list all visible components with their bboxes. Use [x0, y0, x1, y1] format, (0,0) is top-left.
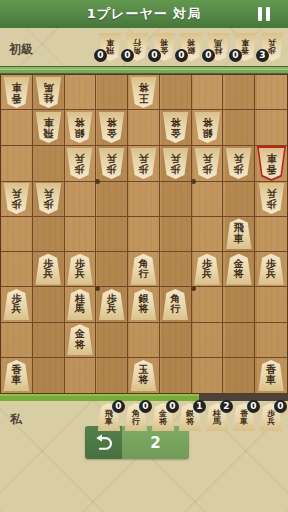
shogi-piece-sente[interactable]: 歩兵 — [66, 254, 93, 285]
captured-piece-slot[interactable]: 飛車0 — [98, 33, 122, 61]
board-cell[interactable] — [160, 252, 192, 287]
piece-kanji: 馬 — [213, 417, 221, 426]
opponent-strip: 初級 飛車0角行0金将0銀将0桂馬0香車0歩兵3 — [0, 28, 288, 66]
piece-kanji: 王 — [138, 92, 148, 103]
piece-kanji: 車 — [106, 39, 114, 48]
board-cell[interactable] — [1, 323, 33, 358]
board-cell[interactable]: 歩兵 — [96, 146, 128, 182]
app-screen: 1プレーヤー 対局 初級 飛車0角行0金将0銀将0桂馬0香車0歩兵3 香車桂馬王… — [0, 0, 288, 512]
piece-kanji: 兵 — [11, 188, 21, 199]
piece-kanji: 香 — [241, 47, 249, 56]
captured-piece-slot[interactable]: 歩兵0 — [259, 403, 283, 431]
piece-kanji: 車 — [240, 417, 248, 426]
piece-kanji: 車 — [266, 153, 276, 164]
board-cell[interactable]: 銀将 — [65, 110, 97, 145]
shogi-piece-gote[interactable]: 香車 — [3, 77, 30, 108]
piece-kanji: 歩 — [202, 163, 212, 174]
shogi-piece-sente[interactable]: 角行 — [162, 289, 189, 320]
piece-kanji: 将 — [186, 417, 194, 426]
board-cell[interactable] — [33, 358, 65, 393]
piece-kanji: 行 — [170, 304, 180, 315]
shogi-piece-sente[interactable]: 桂馬 — [66, 289, 93, 320]
piece-kanji: 車 — [11, 375, 21, 386]
board-cell[interactable] — [255, 217, 287, 252]
board-cell[interactable] — [65, 217, 97, 252]
board-cell[interactable]: 歩兵 — [65, 146, 97, 182]
captured-piece-slot[interactable]: 金将0 — [151, 403, 175, 431]
board-cell[interactable]: 金将 — [96, 110, 128, 145]
piece-kanji: 行 — [133, 39, 141, 48]
shogi-piece-sente[interactable]: 玉将 — [130, 360, 157, 391]
board-cell[interactable] — [128, 323, 160, 358]
piece-kanji: 将 — [170, 117, 180, 128]
captured-count-badge: 2 — [220, 400, 233, 413]
pause-icon — [266, 7, 270, 21]
captured-piece-slot[interactable]: 桂馬0 — [206, 33, 230, 61]
board-cell[interactable] — [223, 182, 255, 217]
piece-kanji: 兵 — [267, 417, 275, 426]
board-cell[interactable] — [96, 252, 128, 287]
piece-kanji: 桂 — [43, 92, 53, 103]
board-cell[interactable] — [160, 217, 192, 252]
board-cell[interactable]: 金将 — [65, 323, 97, 358]
piece-kanji: 歩 — [234, 163, 244, 174]
board-cell[interactable] — [33, 323, 65, 358]
captured-count-badge: 0 — [202, 49, 215, 62]
piece-kanji: 車 — [105, 417, 113, 426]
piece-kanji: 車 — [43, 117, 53, 128]
piece-kanji: 兵 — [43, 269, 53, 280]
piece-kanji: 将 — [75, 117, 85, 128]
piece-kanji: 行 — [138, 269, 148, 280]
board-cell[interactable] — [1, 110, 33, 145]
piece-kanji: 兵 — [170, 153, 180, 164]
board-cell[interactable]: 歩兵 — [128, 146, 160, 182]
board-cell[interactable] — [223, 110, 255, 145]
opponent-captured-tray: 飛車0角行0金将0銀将0桂馬0香車0歩兵3 — [98, 33, 284, 61]
piece-kanji: 角 — [133, 47, 141, 56]
board-cell[interactable] — [128, 217, 160, 252]
board-cell[interactable] — [96, 217, 128, 252]
shogi-piece-sente[interactable]: 金将 — [225, 254, 252, 285]
board-cell[interactable]: 銀将 — [128, 287, 160, 322]
shogi-piece-sente[interactable]: 香車 — [258, 360, 285, 391]
piece-kanji: 金 — [107, 127, 117, 138]
shogi-piece-sente[interactable]: 歩兵 — [258, 254, 285, 285]
captured-piece-slot[interactable]: 桂馬2 — [205, 403, 229, 431]
captured-piece-slot[interactable]: 角行0 — [124, 403, 148, 431]
board-cell[interactable] — [255, 323, 287, 358]
piece-kanji: 香 — [266, 163, 276, 174]
board-cell[interactable]: 香車 — [255, 146, 287, 182]
board-cell[interactable] — [65, 182, 97, 217]
board-cell[interactable] — [192, 217, 224, 252]
piece-kanji: 兵 — [75, 269, 85, 280]
player-strip: 私 飛車0角行0金将0銀将1桂馬2香車0歩兵0 — [0, 401, 288, 435]
piece-kanji: 飛 — [106, 47, 114, 56]
piece-kanji: 歩 — [11, 199, 21, 210]
board-cell[interactable] — [1, 217, 33, 252]
piece-kanji: 将 — [138, 375, 148, 386]
captured-piece-slot[interactable]: 歩兵3 — [260, 33, 284, 61]
board-cell[interactable] — [96, 75, 128, 110]
board-cell[interactable]: 歩兵 — [192, 146, 224, 182]
piece-kanji: 将 — [138, 304, 148, 315]
captured-count-badge: 3 — [256, 49, 269, 62]
captured-piece-slot[interactable]: 香車0 — [232, 403, 256, 431]
board-star-point — [95, 286, 100, 291]
captured-piece-slot[interactable]: 銀将0 — [179, 33, 203, 61]
board-cell[interactable]: 桂馬 — [33, 75, 65, 110]
piece-kanji: 香 — [11, 92, 21, 103]
page-title: 1プレーヤー 対局 — [87, 5, 202, 23]
piece-kanji: 歩 — [266, 199, 276, 210]
captured-count-badge: 0 — [112, 400, 125, 413]
board-cell[interactable]: 桂馬 — [65, 287, 97, 322]
shogi-piece-sente[interactable]: 銀将 — [130, 289, 157, 320]
shogi-piece-gote[interactable]: 歩兵 — [162, 148, 189, 179]
board-cell[interactable]: 歩兵 — [160, 146, 192, 182]
board-cell[interactable]: 歩兵 — [255, 252, 287, 287]
shogi-piece-sente[interactable]: 歩兵 — [3, 289, 30, 320]
piece-kanji: 兵 — [107, 153, 117, 164]
board-cell[interactable]: 歩兵 — [96, 287, 128, 322]
piece-kanji: 桂 — [214, 47, 222, 56]
board-cell[interactable]: 金将 — [160, 110, 192, 145]
piece-kanji: 兵 — [266, 269, 276, 280]
piece-kanji: 将 — [234, 269, 244, 280]
piece-kanji: 将 — [107, 117, 117, 128]
piece-kanji: 歩 — [138, 163, 148, 174]
captured-count-badge: 0 — [166, 400, 179, 413]
shogi-piece-sente[interactable]: 角行 — [130, 254, 157, 285]
captured-piece-slot[interactable]: 銀将1 — [178, 403, 202, 431]
board-cell[interactable]: 香車 — [1, 358, 33, 393]
shogi-piece-gote[interactable]: 香車 — [258, 148, 285, 179]
board-cell[interactable] — [160, 323, 192, 358]
piece-kanji: 行 — [132, 417, 140, 426]
shogi-piece-gote[interactable]: 歩兵 — [98, 148, 125, 179]
captured-count-badge: 1 — [193, 400, 206, 413]
board-star-point — [95, 179, 100, 184]
board-cell[interactable] — [255, 287, 287, 322]
board-cell[interactable] — [192, 323, 224, 358]
board-cell[interactable] — [65, 75, 97, 110]
board-cell[interactable]: 歩兵 — [255, 182, 287, 217]
board-cell[interactable]: 歩兵 — [65, 252, 97, 287]
piece-kanji: 馬 — [43, 82, 53, 93]
last-move-highlight[interactable]: 香車 — [256, 146, 287, 181]
shogi-piece-sente[interactable]: 歩兵 — [98, 289, 125, 320]
board-cell[interactable]: 銀将 — [192, 110, 224, 145]
board-cell[interactable] — [96, 323, 128, 358]
shogi-piece-gote[interactable]: 金将 — [162, 112, 189, 143]
piece-kanji: 将 — [160, 39, 168, 48]
board-cell[interactable]: 角行 — [160, 287, 192, 322]
board-cell[interactable] — [33, 287, 65, 322]
shogi-piece-gote[interactable]: 金将 — [98, 112, 125, 143]
board-cell[interactable] — [223, 358, 255, 393]
piece-kanji: 歩 — [268, 47, 276, 56]
shogi-piece-gote[interactable]: 歩兵 — [35, 183, 62, 214]
piece-kanji: 兵 — [234, 153, 244, 164]
piece-kanji: 歩 — [75, 163, 85, 174]
board-cell[interactable] — [33, 217, 65, 252]
board-cell[interactable]: 飛車 — [33, 110, 65, 145]
board-cell[interactable]: 王将 — [128, 75, 160, 110]
board-cell[interactable] — [33, 146, 65, 182]
captured-count-badge: 0 — [148, 49, 161, 62]
shogi-piece-gote[interactable]: 歩兵 — [225, 148, 252, 179]
captured-count-badge: 0 — [94, 49, 107, 62]
board-cell[interactable]: 金将 — [223, 252, 255, 287]
shogi-piece-gote[interactable]: 王将 — [130, 77, 157, 108]
board-cell[interactable]: 歩兵 — [223, 146, 255, 182]
captured-count-badge: 0 — [175, 49, 188, 62]
captured-piece-slot[interactable]: 香車0 — [233, 33, 257, 61]
board-star-point — [191, 286, 196, 291]
piece-kanji: 銀 — [202, 127, 212, 138]
captured-piece-slot[interactable]: 金将0 — [152, 33, 176, 61]
undo-arrow-icon — [94, 434, 114, 452]
shogi-board: 香車桂馬王将飛車銀将金将金将銀将歩兵歩兵歩兵歩兵歩兵歩兵香車歩兵歩兵歩兵飛車歩兵… — [0, 74, 288, 394]
shogi-piece-gote[interactable]: 歩兵 — [130, 148, 157, 179]
board-cell[interactable] — [255, 75, 287, 110]
board-cell[interactable] — [192, 287, 224, 322]
captured-piece-slot[interactable]: 飛車0 — [97, 403, 121, 431]
shogi-piece-gote[interactable]: 飛車 — [35, 112, 62, 143]
board-cell[interactable]: 歩兵 — [33, 252, 65, 287]
board-cell[interactable]: 歩兵 — [1, 182, 33, 217]
piece-kanji: 兵 — [202, 269, 212, 280]
piece-kanji: 兵 — [43, 188, 53, 199]
piece-kanji: 車 — [241, 39, 249, 48]
piece-kanji: 将 — [75, 340, 85, 351]
shogi-piece-gote[interactable]: 歩兵 — [258, 183, 285, 214]
piece-kanji: 車 — [234, 234, 244, 245]
shogi-piece-gote[interactable]: 歩兵 — [66, 148, 93, 179]
board-cell[interactable] — [160, 75, 192, 110]
shogi-piece-sente[interactable]: 歩兵 — [194, 254, 221, 285]
shogi-piece-gote[interactable]: 銀将 — [194, 112, 221, 143]
board-top-divider — [0, 66, 288, 74]
piece-kanji: 将 — [202, 117, 212, 128]
board-cell[interactable] — [160, 358, 192, 393]
piece-kanji: 銀 — [187, 47, 195, 56]
board-cell[interactable]: 歩兵 — [192, 252, 224, 287]
piece-kanji: 馬 — [75, 304, 85, 315]
board-cell[interactable]: 歩兵 — [1, 287, 33, 322]
shogi-piece-gote[interactable]: 歩兵 — [194, 148, 221, 179]
board-cell[interactable] — [223, 75, 255, 110]
pause-icon — [258, 7, 262, 21]
captured-count-badge: 0 — [121, 49, 134, 62]
board-cell[interactable] — [192, 358, 224, 393]
piece-kanji: 馬 — [214, 39, 222, 48]
piece-kanji: 兵 — [11, 304, 21, 315]
board-cell[interactable] — [223, 287, 255, 322]
piece-kanji: 将 — [159, 417, 167, 426]
shogi-piece-sente[interactable]: 香車 — [3, 360, 30, 391]
board-cell[interactable]: 角行 — [128, 252, 160, 287]
captured-piece-slot[interactable]: 角行0 — [125, 33, 149, 61]
shogi-piece-gote[interactable]: 銀将 — [66, 112, 93, 143]
piece-kanji: 将 — [187, 39, 195, 48]
board-cell[interactable] — [192, 182, 224, 217]
pause-button[interactable] — [258, 7, 276, 21]
piece-kanji: 歩 — [170, 163, 180, 174]
board-cell[interactable]: 歩兵 — [33, 182, 65, 217]
piece-kanji: 銀 — [75, 127, 85, 138]
piece-kanji: 金 — [160, 47, 168, 56]
board-cell[interactable] — [128, 182, 160, 217]
player-label: 私 — [10, 411, 22, 428]
board-cell[interactable] — [128, 110, 160, 145]
piece-kanji: 兵 — [107, 304, 117, 315]
captured-count-badge: 0 — [247, 400, 260, 413]
board-cell[interactable] — [1, 146, 33, 182]
board-cell[interactable]: 飛車 — [223, 217, 255, 252]
opponent-level-label: 初級 — [9, 41, 33, 58]
piece-kanji: 歩 — [43, 199, 53, 210]
board-cell[interactable] — [96, 182, 128, 217]
board-star-point — [191, 179, 196, 184]
shogi-piece-sente[interactable]: 歩兵 — [35, 254, 62, 285]
top-bar: 1プレーヤー 対局 — [0, 0, 288, 28]
board-cell[interactable] — [65, 358, 97, 393]
board-cell[interactable] — [1, 252, 33, 287]
board-cell[interactable] — [160, 182, 192, 217]
piece-kanji: 金 — [170, 127, 180, 138]
piece-kanji: 車 — [11, 82, 21, 93]
captured-count-badge: 0 — [274, 400, 287, 413]
piece-kanji: 車 — [266, 375, 276, 386]
board-cell[interactable]: 香車 — [1, 75, 33, 110]
shogi-piece-gote[interactable]: 歩兵 — [3, 183, 30, 214]
shogi-piece-sente[interactable]: 飛車 — [225, 218, 252, 249]
board-cell[interactable] — [96, 358, 128, 393]
piece-kanji: 将 — [138, 82, 148, 93]
captured-count-badge: 0 — [139, 400, 152, 413]
piece-kanji: 歩 — [107, 163, 117, 174]
captured-count-badge: 0 — [229, 49, 242, 62]
piece-kanji: 兵 — [266, 188, 276, 199]
piece-kanji: 兵 — [202, 153, 212, 164]
board-cell[interactable] — [192, 75, 224, 110]
shogi-piece-gote[interactable]: 桂馬 — [35, 77, 62, 108]
board-cell[interactable]: 香車 — [255, 358, 287, 393]
piece-kanji: 飛 — [43, 127, 53, 138]
board-cell[interactable]: 玉将 — [128, 358, 160, 393]
piece-kanji: 兵 — [138, 153, 148, 164]
piece-kanji: 兵 — [75, 153, 85, 164]
shogi-piece-sente[interactable]: 金将 — [66, 324, 93, 355]
piece-kanji: 兵 — [268, 39, 276, 48]
board-cell[interactable] — [255, 110, 287, 145]
board-cell[interactable] — [223, 323, 255, 358]
